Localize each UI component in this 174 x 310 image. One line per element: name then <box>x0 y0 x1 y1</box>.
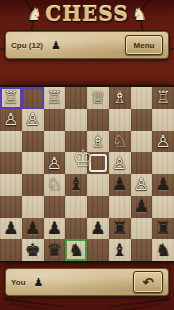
white-queen: ♕ <box>90 89 105 106</box>
square-h7[interactable]: ♟ <box>0 218 22 240</box>
square-a3[interactable]: ♙ <box>152 131 174 153</box>
square-a6[interactable] <box>152 196 174 218</box>
white-knight: ♘ <box>112 133 127 150</box>
square-h2[interactable]: ♙ <box>0 109 22 131</box>
square-b1[interactable] <box>131 87 153 109</box>
square-h1[interactable]: ♖ <box>0 87 22 109</box>
square-b5[interactable]: ♙ <box>131 174 153 196</box>
square-a1[interactable]: ♖ <box>152 87 174 109</box>
black-pawn: ♟ <box>134 198 149 215</box>
square-b8[interactable] <box>131 239 153 261</box>
square-h5[interactable] <box>0 174 22 196</box>
square-d2[interactable] <box>87 109 109 131</box>
square-c7[interactable]: ♜ <box>109 218 131 240</box>
black-pawn: ♟ <box>47 220 62 237</box>
square-g8[interactable]: ♚ <box>22 239 44 261</box>
cpu-player-name: Cpu (12) <box>11 41 43 50</box>
black-pawn-icon: ♟ <box>51 40 61 51</box>
square-b3[interactable] <box>131 131 153 153</box>
white-pawn: ♙ <box>25 111 40 128</box>
square-b2[interactable] <box>131 109 153 131</box>
square-f1[interactable]: ♖ <box>44 87 66 109</box>
square-g1[interactable] <box>22 87 44 109</box>
black-rook: ♜ <box>156 220 171 237</box>
white-knight: ♘ <box>47 176 62 193</box>
square-c8[interactable]: ♝ <box>109 239 131 261</box>
square-c4[interactable]: ♙ <box>109 152 131 174</box>
square-e4[interactable]: ♔ <box>65 152 87 174</box>
square-c6[interactable] <box>109 196 131 218</box>
app-title: CHESS <box>45 2 129 26</box>
square-d5[interactable] <box>87 174 109 196</box>
black-queen: ♛ <box>47 242 62 259</box>
square-a2[interactable] <box>152 109 174 131</box>
square-c1[interactable]: ♗ <box>109 87 131 109</box>
lifted-ghost-white-king: ♔ <box>73 147 94 170</box>
square-g2[interactable]: ♙ <box>22 109 44 131</box>
square-g6[interactable] <box>22 196 44 218</box>
square-b7[interactable] <box>131 218 153 240</box>
square-f6[interactable] <box>44 196 66 218</box>
square-e1[interactable] <box>65 87 87 109</box>
undo-arrow-icon: ↶ <box>143 276 154 289</box>
square-f7[interactable]: ♟ <box>44 218 66 240</box>
square-e7[interactable] <box>65 218 87 240</box>
black-knight: ♞ <box>156 242 171 259</box>
white-rook: ♖ <box>47 89 62 106</box>
menu-button-label: Menu <box>134 41 155 50</box>
black-pawn: ♟ <box>25 220 40 237</box>
square-h4[interactable] <box>0 152 22 174</box>
square-h6[interactable] <box>0 196 22 218</box>
square-a8[interactable]: ♞ <box>152 239 174 261</box>
black-bishop: ♝ <box>69 176 84 193</box>
square-d1[interactable]: ♕ <box>87 87 109 109</box>
header: ♞ CHESS ♞ <box>0 0 174 30</box>
square-c3[interactable]: ♘ <box>109 131 131 153</box>
square-g3[interactable] <box>22 131 44 153</box>
black-pawn: ♟ <box>112 176 127 193</box>
square-f3[interactable] <box>44 131 66 153</box>
square-f8[interactable]: ♛ <box>44 239 66 261</box>
square-f5[interactable]: ♘ <box>44 174 66 196</box>
black-king: ♚ <box>25 242 40 259</box>
square-h8[interactable] <box>0 239 22 261</box>
white-bishop: ♗ <box>112 89 127 106</box>
white-pawn: ♙ <box>47 155 62 172</box>
square-f4[interactable]: ♙ <box>44 152 66 174</box>
square-e5[interactable]: ♝ <box>65 174 87 196</box>
square-d7[interactable]: ♟ <box>87 218 109 240</box>
square-a5[interactable]: ♟ <box>152 174 174 196</box>
black-pawn-icon: ♟ <box>34 277 44 288</box>
white-rook: ♖ <box>156 89 171 106</box>
white-pawn: ♙ <box>3 111 18 128</box>
white-pawn: ♙ <box>156 133 171 150</box>
white-pawn: ♙ <box>134 176 149 193</box>
square-h3[interactable] <box>0 131 22 153</box>
square-a4[interactable] <box>152 152 174 174</box>
you-player-bar: You ♟ ↶ <box>5 268 169 296</box>
knight-logo-icon: ♞ <box>27 6 42 23</box>
square-b4[interactable] <box>131 152 153 174</box>
white-rook: ♖ <box>3 89 18 106</box>
square-c5[interactable]: ♟ <box>109 174 131 196</box>
undo-button[interactable]: ↶ <box>133 271 163 293</box>
app-logo: ♞ CHESS ♞ <box>27 2 147 26</box>
black-bishop: ♝ <box>112 242 127 259</box>
black-knight: ♞ <box>69 242 84 259</box>
black-rook: ♜ <box>112 220 127 237</box>
chess-board: ♖♖♕♗♖♙♙♗♘♙♙♔♙♘♝♟♙♟♟♟♟♟♟♜♜♚♛♞♝♞ <box>0 87 174 261</box>
square-e8[interactable]: ♞ <box>65 239 87 261</box>
chess-app: ♞ CHESS ♞ Cpu (12) ♟ Menu ♖♖♕♗♖♙♙♗♘♙♙♔♙♘… <box>0 0 174 310</box>
square-e6[interactable] <box>65 196 87 218</box>
square-g4[interactable] <box>22 152 44 174</box>
menu-button[interactable]: Menu <box>125 35 163 55</box>
white-pawn: ♙ <box>112 155 127 172</box>
square-g5[interactable] <box>22 174 44 196</box>
square-e2[interactable] <box>65 109 87 131</box>
black-pawn: ♟ <box>90 220 105 237</box>
cpu-player-bar: Cpu (12) ♟ Menu <box>5 31 169 59</box>
black-pawn: ♟ <box>156 176 171 193</box>
square-a7[interactable]: ♜ <box>152 218 174 240</box>
square-f2[interactable] <box>44 109 66 131</box>
square-b6[interactable]: ♟ <box>131 196 153 218</box>
square-c2[interactable] <box>109 109 131 131</box>
square-d6[interactable] <box>87 196 109 218</box>
knight-logo-icon: ♞ <box>132 6 147 23</box>
you-player-name: You <box>11 278 26 287</box>
black-pawn: ♟ <box>3 220 18 237</box>
square-d8[interactable] <box>87 239 109 261</box>
square-g7[interactable]: ♟ <box>22 218 44 240</box>
